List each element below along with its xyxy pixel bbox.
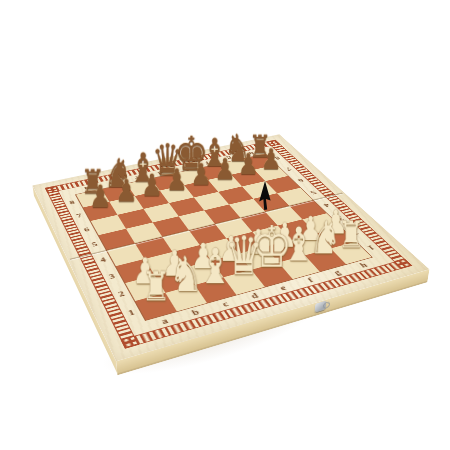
rook-glyph: ♜: [141, 268, 170, 307]
latch-ring: [323, 301, 330, 309]
product-photo-stage: aabbccddeeffgghh8877665544332211 ♜♞♝♛♚♝♞…: [0, 0, 450, 450]
board: aabbccddeeffgghh8877665544332211 ♜♞♝♛♚♝♞…: [32, 134, 429, 361]
rook-glyph: ♜: [338, 218, 365, 253]
latch-icon: [315, 300, 327, 312]
knight-glyph: ♞: [169, 252, 203, 298]
cursor-arrow-icon: [257, 181, 273, 211]
scene: aabbccddeeffgghh8877665544332211 ♜♞♝♛♚♝♞…: [0, 0, 450, 450]
